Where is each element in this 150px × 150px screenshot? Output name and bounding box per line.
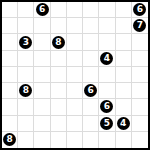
board-cell[interactable] (83, 18, 99, 34)
board-cell[interactable] (67, 18, 83, 34)
clue-stone: 5 (100, 117, 113, 130)
board-cell[interactable]: 5 (99, 116, 115, 132)
clue-stone: 4 (100, 52, 113, 65)
board-cell[interactable] (67, 132, 83, 148)
board-cell[interactable]: 4 (116, 116, 132, 132)
board-cell[interactable] (99, 83, 115, 99)
board-cell[interactable] (2, 18, 18, 34)
board-cell[interactable] (51, 83, 67, 99)
board-cell[interactable] (83, 67, 99, 83)
board-cell[interactable] (132, 34, 148, 50)
board-cell[interactable] (18, 99, 34, 115)
board-cell[interactable] (67, 99, 83, 115)
board-cell[interactable] (2, 116, 18, 132)
board-cell[interactable] (51, 51, 67, 67)
board-cell[interactable] (34, 18, 50, 34)
board-cell[interactable] (99, 34, 115, 50)
board-cell[interactable] (2, 67, 18, 83)
board-cell[interactable] (34, 99, 50, 115)
board-cell[interactable] (132, 67, 148, 83)
board-cell[interactable] (18, 67, 34, 83)
board-cell[interactable] (18, 2, 34, 18)
clue-stone: 8 (19, 84, 32, 97)
board-cell[interactable] (34, 51, 50, 67)
board-cell[interactable] (51, 67, 67, 83)
clue-stone: 6 (84, 84, 97, 97)
clue-stone: 7 (133, 19, 146, 32)
board-cell[interactable] (18, 132, 34, 148)
board-cell[interactable]: 6 (34, 2, 50, 18)
clue-stone: 4 (117, 117, 130, 130)
clue-stone: 6 (133, 3, 146, 16)
board-cell[interactable] (67, 83, 83, 99)
board-cell[interactable] (18, 51, 34, 67)
clue-stone: 3 (19, 36, 32, 49)
board-cell[interactable] (83, 132, 99, 148)
board-cell[interactable] (67, 116, 83, 132)
board-cell[interactable]: 3 (18, 34, 34, 50)
board-cell[interactable] (83, 99, 99, 115)
board-cell[interactable]: 7 (132, 18, 148, 34)
board-cell[interactable] (51, 132, 67, 148)
board-cell[interactable]: 6 (99, 99, 115, 115)
board-cell[interactable] (2, 34, 18, 50)
board-cell[interactable] (99, 67, 115, 83)
board-cell[interactable] (2, 99, 18, 115)
board-cell[interactable] (116, 34, 132, 50)
board-cell[interactable] (99, 132, 115, 148)
board-cell[interactable] (116, 18, 132, 34)
board-cell[interactable] (132, 83, 148, 99)
board-cell[interactable] (132, 51, 148, 67)
board-cell[interactable] (34, 67, 50, 83)
board-cell[interactable]: 4 (99, 51, 115, 67)
board-cell[interactable] (34, 83, 50, 99)
clue-stone: 8 (3, 133, 16, 146)
board-cell[interactable] (18, 116, 34, 132)
board-cell[interactable] (116, 67, 132, 83)
board-cell[interactable] (83, 2, 99, 18)
board-cell[interactable]: 6 (83, 83, 99, 99)
board-cell[interactable] (99, 18, 115, 34)
clue-stone: 8 (52, 36, 65, 49)
board-cell[interactable] (2, 83, 18, 99)
board-cell[interactable] (132, 132, 148, 148)
board-cell[interactable] (99, 2, 115, 18)
board-cell[interactable] (51, 99, 67, 115)
board-cell[interactable] (51, 116, 67, 132)
board-cell[interactable] (116, 99, 132, 115)
board-cell[interactable] (83, 34, 99, 50)
board-cell[interactable] (51, 18, 67, 34)
board-cell[interactable] (34, 34, 50, 50)
board-cell[interactable] (67, 67, 83, 83)
board-cell[interactable] (67, 2, 83, 18)
board-cell[interactable] (2, 51, 18, 67)
board-cell[interactable]: 8 (2, 132, 18, 148)
board-cell[interactable] (83, 116, 99, 132)
board-cell[interactable] (67, 51, 83, 67)
board-cell[interactable]: 8 (18, 83, 34, 99)
board-cell[interactable] (18, 18, 34, 34)
board-cell[interactable]: 8 (51, 34, 67, 50)
board-cell[interactable] (116, 83, 132, 99)
board-cell[interactable] (34, 116, 50, 132)
board-cell[interactable] (116, 132, 132, 148)
board-cell[interactable] (116, 2, 132, 18)
board-cell[interactable] (132, 116, 148, 132)
board-cell[interactable] (83, 51, 99, 67)
board-cell[interactable]: 6 (132, 2, 148, 18)
board-cell[interactable] (116, 51, 132, 67)
clue-stone: 6 (36, 3, 49, 16)
board-cell[interactable] (51, 2, 67, 18)
board-cell[interactable] (34, 132, 50, 148)
board-cell[interactable] (67, 34, 83, 50)
board-cell[interactable] (2, 2, 18, 18)
board-cell[interactable] (132, 99, 148, 115)
clue-stone: 6 (100, 100, 113, 113)
range-puzzle-board: 667384866548 (0, 0, 150, 150)
